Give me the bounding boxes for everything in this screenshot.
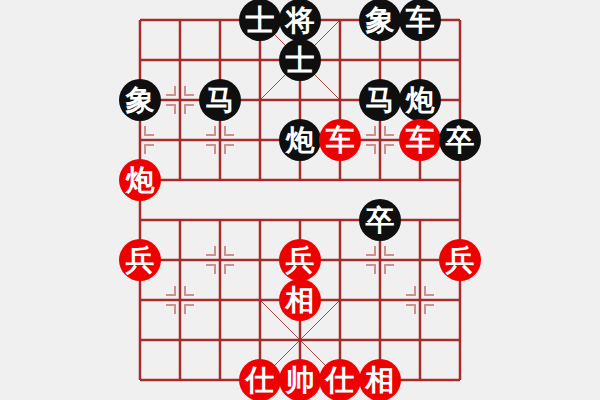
black-horse-piece[interactable]: 马 xyxy=(359,79,401,121)
red-general-piece[interactable]: 帅 xyxy=(279,359,321,400)
board-grid[interactable]: 士将象车士象马马炮炮车车卒炮卒兵兵兵相仕帅仕相 xyxy=(120,0,480,400)
black-chariot-piece[interactable]: 车 xyxy=(399,0,441,41)
black-general-piece[interactable]: 将 xyxy=(279,0,321,41)
red-advisor-piece[interactable]: 仕 xyxy=(319,359,361,400)
black-soldier-piece[interactable]: 卒 xyxy=(359,199,401,241)
red-elephant-piece[interactable]: 相 xyxy=(359,359,401,400)
black-advisor-piece[interactable]: 士 xyxy=(279,39,321,81)
black-cannon-piece[interactable]: 炮 xyxy=(399,79,441,121)
black-advisor-piece[interactable]: 士 xyxy=(239,0,281,41)
red-soldier-piece[interactable]: 兵 xyxy=(119,239,161,281)
red-chariot-piece[interactable]: 车 xyxy=(399,119,441,161)
black-cannon-piece[interactable]: 炮 xyxy=(279,119,321,161)
red-cannon-piece[interactable]: 炮 xyxy=(119,159,161,201)
black-elephant-piece[interactable]: 象 xyxy=(359,0,401,41)
red-chariot-piece[interactable]: 车 xyxy=(319,119,361,161)
red-advisor-piece[interactable]: 仕 xyxy=(239,359,281,400)
black-horse-piece[interactable]: 马 xyxy=(199,79,241,121)
black-soldier-piece[interactable]: 卒 xyxy=(439,119,481,161)
red-elephant-piece[interactable]: 相 xyxy=(279,279,321,321)
red-soldier-piece[interactable]: 兵 xyxy=(279,239,321,281)
xiangqi-board-canvas: 士将象车士象马马炮炮车车卒炮卒兵兵兵相仕帅仕相 xyxy=(0,0,600,400)
red-soldier-piece[interactable]: 兵 xyxy=(439,239,481,281)
black-elephant-piece[interactable]: 象 xyxy=(119,79,161,121)
